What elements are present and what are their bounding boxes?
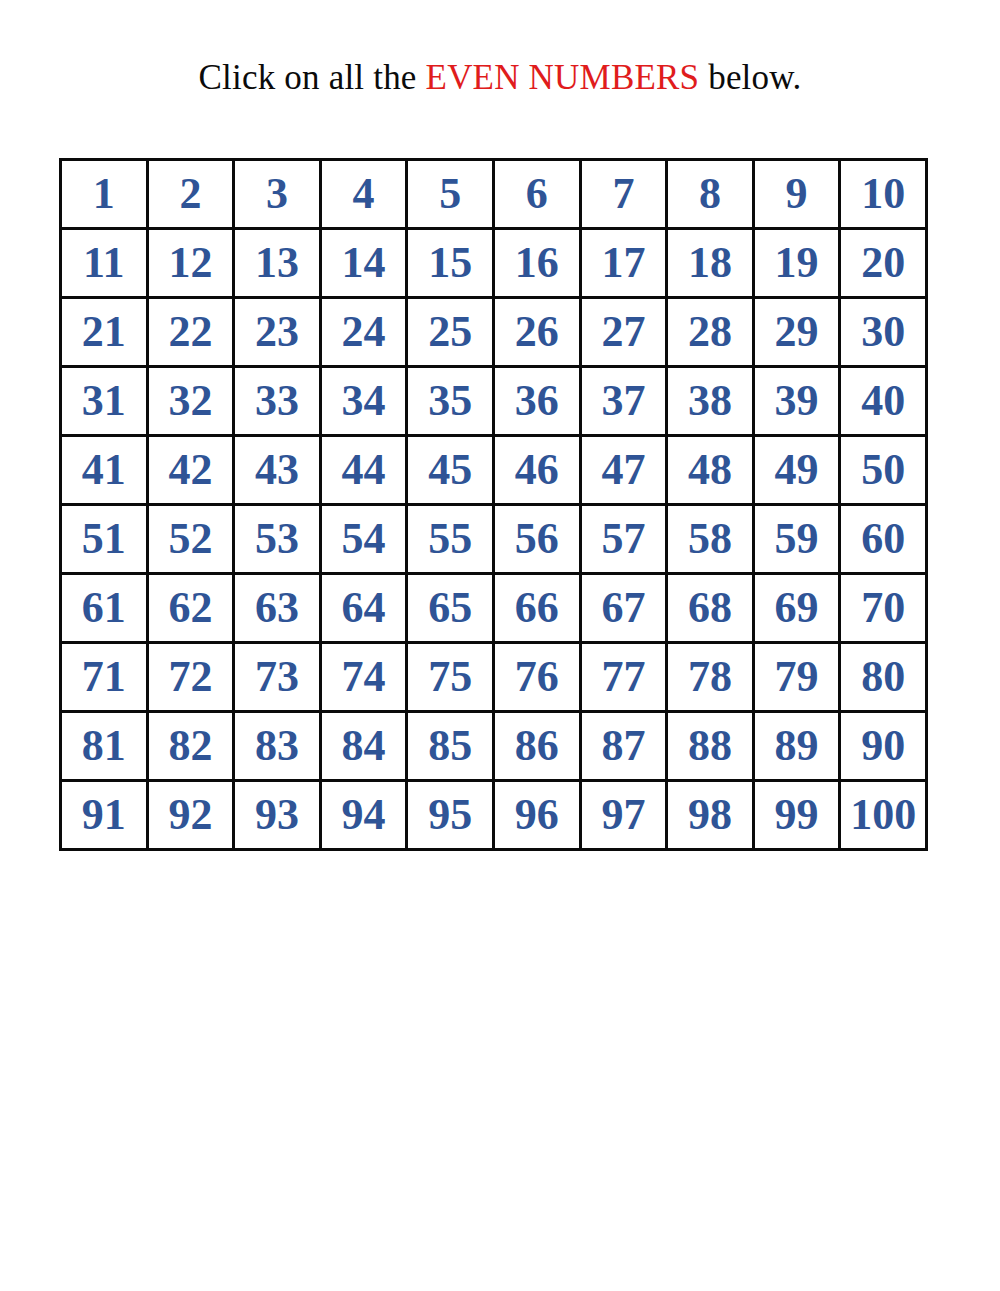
number-cell-39[interactable]: 39 bbox=[755, 368, 839, 434]
number-cell-41[interactable]: 41 bbox=[62, 437, 146, 503]
number-cell-87[interactable]: 87 bbox=[582, 713, 666, 779]
number-cell-63[interactable]: 63 bbox=[235, 575, 319, 641]
number-cell-72[interactable]: 72 bbox=[149, 644, 233, 710]
number-cell-66[interactable]: 66 bbox=[495, 575, 579, 641]
number-cell-48[interactable]: 48 bbox=[668, 437, 752, 503]
number-cell-10[interactable]: 10 bbox=[841, 161, 925, 227]
number-cell-19[interactable]: 19 bbox=[755, 230, 839, 296]
number-cell-54[interactable]: 54 bbox=[322, 506, 406, 572]
number-cell-8[interactable]: 8 bbox=[668, 161, 752, 227]
number-cell-36[interactable]: 36 bbox=[495, 368, 579, 434]
number-cell-28[interactable]: 28 bbox=[668, 299, 752, 365]
number-cell-37[interactable]: 37 bbox=[582, 368, 666, 434]
number-cell-30[interactable]: 30 bbox=[841, 299, 925, 365]
number-cell-67[interactable]: 67 bbox=[582, 575, 666, 641]
number-cell-33[interactable]: 33 bbox=[235, 368, 319, 434]
number-cell-3[interactable]: 3 bbox=[235, 161, 319, 227]
number-cell-98[interactable]: 98 bbox=[668, 782, 752, 848]
number-cell-89[interactable]: 89 bbox=[755, 713, 839, 779]
number-cell-2[interactable]: 2 bbox=[149, 161, 233, 227]
number-cell-83[interactable]: 83 bbox=[235, 713, 319, 779]
number-cell-74[interactable]: 74 bbox=[322, 644, 406, 710]
number-cell-18[interactable]: 18 bbox=[668, 230, 752, 296]
number-cell-34[interactable]: 34 bbox=[322, 368, 406, 434]
number-cell-21[interactable]: 21 bbox=[62, 299, 146, 365]
number-cell-70[interactable]: 70 bbox=[841, 575, 925, 641]
number-cell-57[interactable]: 57 bbox=[582, 506, 666, 572]
number-cell-11[interactable]: 11 bbox=[62, 230, 146, 296]
number-cell-6[interactable]: 6 bbox=[495, 161, 579, 227]
number-cell-26[interactable]: 26 bbox=[495, 299, 579, 365]
number-cell-44[interactable]: 44 bbox=[322, 437, 406, 503]
number-cell-79[interactable]: 79 bbox=[755, 644, 839, 710]
number-cell-15[interactable]: 15 bbox=[408, 230, 492, 296]
number-cell-45[interactable]: 45 bbox=[408, 437, 492, 503]
number-cell-64[interactable]: 64 bbox=[322, 575, 406, 641]
number-cell-94[interactable]: 94 bbox=[322, 782, 406, 848]
number-cell-29[interactable]: 29 bbox=[755, 299, 839, 365]
number-cell-12[interactable]: 12 bbox=[149, 230, 233, 296]
number-cell-78[interactable]: 78 bbox=[668, 644, 752, 710]
number-cell-20[interactable]: 20 bbox=[841, 230, 925, 296]
number-cell-7[interactable]: 7 bbox=[582, 161, 666, 227]
number-cell-51[interactable]: 51 bbox=[62, 506, 146, 572]
number-cell-68[interactable]: 68 bbox=[668, 575, 752, 641]
number-cell-60[interactable]: 60 bbox=[841, 506, 925, 572]
number-cell-84[interactable]: 84 bbox=[322, 713, 406, 779]
number-cell-77[interactable]: 77 bbox=[582, 644, 666, 710]
number-cell-14[interactable]: 14 bbox=[322, 230, 406, 296]
title-prefix: Click on all the bbox=[199, 58, 426, 97]
number-grid: 1234567891011121314151617181920212223242… bbox=[59, 158, 928, 851]
number-cell-86[interactable]: 86 bbox=[495, 713, 579, 779]
number-cell-80[interactable]: 80 bbox=[841, 644, 925, 710]
number-cell-55[interactable]: 55 bbox=[408, 506, 492, 572]
number-cell-35[interactable]: 35 bbox=[408, 368, 492, 434]
number-cell-88[interactable]: 88 bbox=[668, 713, 752, 779]
number-cell-100[interactable]: 100 bbox=[841, 782, 925, 848]
number-cell-42[interactable]: 42 bbox=[149, 437, 233, 503]
number-cell-93[interactable]: 93 bbox=[235, 782, 319, 848]
number-cell-16[interactable]: 16 bbox=[495, 230, 579, 296]
number-cell-23[interactable]: 23 bbox=[235, 299, 319, 365]
number-cell-76[interactable]: 76 bbox=[495, 644, 579, 710]
number-cell-82[interactable]: 82 bbox=[149, 713, 233, 779]
number-cell-5[interactable]: 5 bbox=[408, 161, 492, 227]
worksheet-page: Click on all the EVEN NUMBERS below. 123… bbox=[0, 0, 1000, 1291]
number-cell-1[interactable]: 1 bbox=[62, 161, 146, 227]
number-cell-52[interactable]: 52 bbox=[149, 506, 233, 572]
number-cell-62[interactable]: 62 bbox=[149, 575, 233, 641]
number-cell-92[interactable]: 92 bbox=[149, 782, 233, 848]
number-cell-73[interactable]: 73 bbox=[235, 644, 319, 710]
number-cell-17[interactable]: 17 bbox=[582, 230, 666, 296]
number-cell-47[interactable]: 47 bbox=[582, 437, 666, 503]
number-cell-40[interactable]: 40 bbox=[841, 368, 925, 434]
number-cell-81[interactable]: 81 bbox=[62, 713, 146, 779]
page-title: Click on all the EVEN NUMBERS below. bbox=[0, 58, 1000, 98]
number-cell-61[interactable]: 61 bbox=[62, 575, 146, 641]
number-cell-75[interactable]: 75 bbox=[408, 644, 492, 710]
number-cell-90[interactable]: 90 bbox=[841, 713, 925, 779]
number-cell-38[interactable]: 38 bbox=[668, 368, 752, 434]
number-cell-59[interactable]: 59 bbox=[755, 506, 839, 572]
number-cell-56[interactable]: 56 bbox=[495, 506, 579, 572]
number-cell-95[interactable]: 95 bbox=[408, 782, 492, 848]
number-cell-4[interactable]: 4 bbox=[322, 161, 406, 227]
number-cell-58[interactable]: 58 bbox=[668, 506, 752, 572]
number-cell-96[interactable]: 96 bbox=[495, 782, 579, 848]
number-cell-69[interactable]: 69 bbox=[755, 575, 839, 641]
number-cell-50[interactable]: 50 bbox=[841, 437, 925, 503]
title-highlight-even-numbers: EVEN NUMBERS bbox=[426, 58, 700, 97]
number-cell-22[interactable]: 22 bbox=[149, 299, 233, 365]
number-cell-65[interactable]: 65 bbox=[408, 575, 492, 641]
number-cell-13[interactable]: 13 bbox=[235, 230, 319, 296]
number-cell-99[interactable]: 99 bbox=[755, 782, 839, 848]
number-cell-32[interactable]: 32 bbox=[149, 368, 233, 434]
number-cell-25[interactable]: 25 bbox=[408, 299, 492, 365]
number-cell-31[interactable]: 31 bbox=[62, 368, 146, 434]
number-cell-49[interactable]: 49 bbox=[755, 437, 839, 503]
number-cell-97[interactable]: 97 bbox=[582, 782, 666, 848]
title-suffix: below. bbox=[699, 58, 801, 97]
number-cell-24[interactable]: 24 bbox=[322, 299, 406, 365]
number-cell-27[interactable]: 27 bbox=[582, 299, 666, 365]
number-cell-43[interactable]: 43 bbox=[235, 437, 319, 503]
number-cell-53[interactable]: 53 bbox=[235, 506, 319, 572]
number-cell-85[interactable]: 85 bbox=[408, 713, 492, 779]
number-cell-91[interactable]: 91 bbox=[62, 782, 146, 848]
number-cell-71[interactable]: 71 bbox=[62, 644, 146, 710]
number-cell-46[interactable]: 46 bbox=[495, 437, 579, 503]
number-cell-9[interactable]: 9 bbox=[755, 161, 839, 227]
